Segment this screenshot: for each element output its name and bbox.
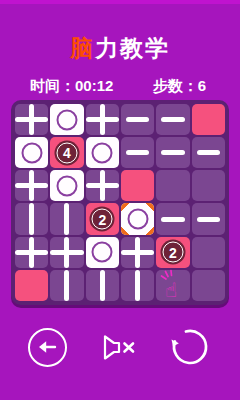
speaker-mute-icon	[102, 334, 136, 361]
cell-r5c5[interactable]: 2	[156, 237, 189, 268]
cell-r3c3	[86, 170, 119, 201]
tap-hint: ☝	[156, 270, 189, 301]
restart-icon	[169, 326, 211, 368]
steps-value: 6	[198, 77, 206, 94]
number-badge: 2	[90, 207, 115, 232]
page-title: 脑力教学	[0, 33, 240, 64]
v-path-icon	[100, 270, 105, 301]
cell-r6c3	[86, 270, 119, 301]
back-circle	[28, 328, 67, 367]
cross-path-v-icon	[100, 104, 105, 135]
circle-piece-icon	[21, 142, 42, 163]
cell-r4c2	[50, 203, 83, 234]
v-path-icon	[64, 203, 69, 234]
time-label: 时间：	[30, 77, 75, 94]
cell-r5c3[interactable]	[86, 237, 119, 268]
h-path-icon	[161, 117, 184, 122]
cell-r6c6	[192, 270, 225, 301]
cross-path-v-icon	[135, 237, 140, 268]
cross-path-v-icon	[29, 237, 34, 268]
circle-piece-icon	[127, 209, 148, 230]
v-path-icon	[29, 203, 34, 234]
time-value: 00:12	[75, 77, 113, 94]
h-path-icon	[126, 150, 149, 155]
v-path-icon	[135, 270, 140, 301]
circle-piece-icon	[56, 109, 77, 130]
cell-r2c5	[156, 137, 189, 168]
cell-r3c2[interactable]	[50, 170, 83, 201]
cell-r3c5	[156, 170, 189, 201]
circle-piece-icon	[92, 142, 113, 163]
cell-r5c2	[50, 237, 83, 268]
circle-piece-icon	[56, 175, 77, 196]
cell-r4c1	[15, 203, 48, 234]
back-arrow-icon	[37, 340, 57, 354]
cell-r4c3[interactable]: 2	[86, 203, 119, 234]
cell-r4c5	[156, 203, 189, 234]
h-path-icon	[161, 217, 184, 222]
v-path-icon	[64, 270, 69, 301]
cross-path-v-icon	[29, 104, 34, 135]
mute-button[interactable]	[98, 325, 140, 369]
cell-r1c6[interactable]	[192, 104, 225, 135]
cell-r3c1	[15, 170, 48, 201]
cell-r2c2[interactable]: 4	[50, 137, 83, 168]
cross-path-v-icon	[64, 237, 69, 268]
cell-r1c3	[86, 104, 119, 135]
cross-path-v-icon	[100, 170, 105, 201]
cell-r6c5: ☝	[156, 270, 189, 301]
bottom-controls	[0, 324, 240, 370]
cell-r1c4	[121, 104, 154, 135]
steps-stat: 步数：6	[153, 77, 206, 96]
title-rest: 力教学	[95, 35, 170, 61]
h-path-icon	[161, 150, 184, 155]
back-button[interactable]	[26, 325, 68, 369]
steps-label: 步数：	[153, 77, 198, 94]
cell-r2c4	[121, 137, 154, 168]
number-badge: 4	[54, 140, 79, 165]
time-stat: 时间：00:12	[30, 77, 113, 96]
status-strip	[0, 0, 240, 4]
cell-r6c2	[50, 270, 83, 301]
board: 422☝	[11, 100, 229, 305]
cell-r5c6	[192, 237, 225, 268]
tap-hand-icon: ☝	[158, 269, 188, 301]
cell-r2c6	[192, 137, 225, 168]
number-badge-value: 4	[63, 145, 71, 161]
cell-r4c6	[192, 203, 225, 234]
title-accent-char: 脑	[70, 35, 95, 61]
cell-r1c5	[156, 104, 189, 135]
number-badge: 2	[160, 240, 185, 265]
circle-piece-icon	[92, 242, 113, 263]
cell-r3c6	[192, 170, 225, 201]
cross-path-v-icon	[29, 170, 34, 201]
h-path-icon	[197, 150, 220, 155]
cell-r5c4	[121, 237, 154, 268]
svg-text:☝: ☝	[165, 278, 177, 301]
cell-r4c4[interactable]	[121, 203, 154, 234]
cell-r6c1[interactable]	[15, 270, 48, 301]
stats-bar: 时间：00:12 步数：6	[0, 77, 240, 96]
cell-r1c1	[15, 104, 48, 135]
h-path-icon	[197, 217, 220, 222]
cell-r2c1[interactable]	[15, 137, 48, 168]
cell-r2c3[interactable]	[86, 137, 119, 168]
restart-button[interactable]	[169, 325, 211, 369]
number-badge-value: 2	[98, 211, 106, 227]
number-badge-value: 2	[169, 244, 177, 260]
cell-r1c2[interactable]	[50, 104, 83, 135]
cell-r5c1	[15, 237, 48, 268]
h-path-icon	[126, 117, 149, 122]
cell-r3c4[interactable]	[121, 170, 154, 201]
cell-r6c4	[121, 270, 154, 301]
